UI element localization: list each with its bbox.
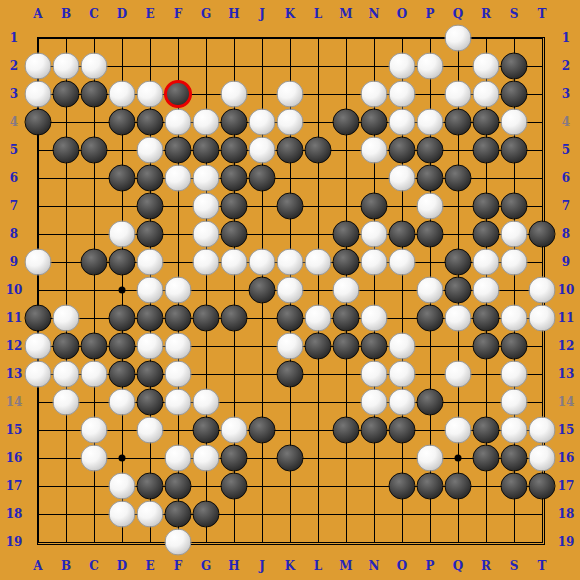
row-label-right-6: 6 [562, 172, 570, 184]
stone-black[interactable] [501, 473, 528, 500]
stone-white[interactable] [53, 53, 80, 80]
row-label-left-7: 7 [10, 200, 18, 212]
stone-black[interactable] [473, 333, 500, 360]
stone-white[interactable] [249, 109, 276, 136]
row-label-left-1: 1 [10, 32, 18, 44]
row-label-right-14: 14 [558, 396, 575, 408]
stone-black[interactable] [165, 137, 192, 164]
stone-black[interactable] [221, 165, 248, 192]
stone-white[interactable] [529, 277, 556, 304]
stone-white[interactable] [305, 249, 332, 276]
stone-white[interactable] [165, 361, 192, 388]
row-label-right-11: 11 [558, 312, 575, 324]
stone-white[interactable] [417, 193, 444, 220]
stone-white[interactable] [193, 109, 220, 136]
stone-black[interactable] [305, 333, 332, 360]
row-label-left-9: 9 [10, 256, 18, 268]
stone-white[interactable] [277, 81, 304, 108]
stone-black[interactable] [445, 277, 472, 304]
stone-white[interactable] [81, 361, 108, 388]
row-label-right-1: 1 [562, 32, 570, 44]
col-label-bottom-Q: Q [453, 560, 463, 572]
stone-black[interactable] [445, 165, 472, 192]
stone-white[interactable] [501, 249, 528, 276]
col-label-top-C: C [89, 8, 99, 20]
stone-white[interactable] [165, 109, 192, 136]
stone-white[interactable] [277, 249, 304, 276]
col-label-top-A: A [33, 8, 42, 20]
stone-black[interactable] [193, 305, 220, 332]
stone-white[interactable] [361, 249, 388, 276]
stone-black[interactable] [445, 249, 472, 276]
stone-black[interactable] [277, 137, 304, 164]
stone-white[interactable] [81, 53, 108, 80]
stone-white[interactable] [25, 81, 52, 108]
stone-white[interactable] [249, 137, 276, 164]
stone-white[interactable] [109, 81, 136, 108]
stone-white[interactable] [361, 305, 388, 332]
stone-white[interactable] [53, 361, 80, 388]
col-label-top-T: T [538, 8, 547, 20]
col-label-bottom-E: E [145, 560, 154, 572]
stone-white[interactable] [501, 417, 528, 444]
stone-black[interactable] [529, 221, 556, 248]
col-label-bottom-S: S [510, 560, 519, 572]
col-label-bottom-P: P [425, 560, 434, 572]
col-label-top-H: H [228, 8, 239, 20]
stone-white[interactable] [417, 445, 444, 472]
stone-black[interactable] [249, 165, 276, 192]
stone-black[interactable] [109, 249, 136, 276]
stone-black[interactable] [473, 305, 500, 332]
stone-white[interactable] [53, 389, 80, 416]
col-label-top-E: E [145, 8, 154, 20]
stone-black[interactable] [361, 193, 388, 220]
row-label-left-10: 10 [6, 284, 23, 296]
stone-white[interactable] [81, 445, 108, 472]
col-label-bottom-A: A [33, 560, 42, 572]
stone-white[interactable] [277, 109, 304, 136]
stone-white[interactable] [221, 417, 248, 444]
stone-white[interactable] [193, 389, 220, 416]
col-label-bottom-C: C [89, 560, 99, 572]
stone-black[interactable] [333, 109, 360, 136]
stone-black[interactable] [333, 305, 360, 332]
stone-white[interactable] [137, 333, 164, 360]
stone-black[interactable] [333, 221, 360, 248]
stone-black[interactable] [193, 417, 220, 444]
row-label-left-12: 12 [6, 340, 23, 352]
stone-white[interactable] [389, 389, 416, 416]
stone-white[interactable] [193, 165, 220, 192]
go-board[interactable]: AABBCCDDEEFFGGHHJJKKLLMMNNOOPPQQRRSSTT11… [0, 0, 580, 580]
stone-black[interactable] [25, 109, 52, 136]
stone-white[interactable] [501, 221, 528, 248]
stone-white[interactable] [473, 53, 500, 80]
row-label-left-4: 4 [10, 116, 18, 128]
stone-black[interactable] [473, 445, 500, 472]
stone-white[interactable] [165, 333, 192, 360]
stone-black[interactable] [193, 137, 220, 164]
stone-black[interactable] [81, 249, 108, 276]
stone-black[interactable] [305, 137, 332, 164]
row-label-left-8: 8 [10, 228, 18, 240]
col-label-top-J: J [259, 8, 265, 20]
stone-white[interactable] [445, 361, 472, 388]
stone-black[interactable] [53, 81, 80, 108]
row-label-left-2: 2 [10, 60, 18, 72]
stone-black[interactable] [389, 473, 416, 500]
stone-white[interactable] [389, 53, 416, 80]
stone-black[interactable] [53, 333, 80, 360]
col-label-top-S: S [510, 8, 519, 20]
stone-black[interactable] [361, 417, 388, 444]
col-label-top-P: P [425, 8, 434, 20]
row-label-left-18: 18 [6, 508, 23, 520]
stone-white[interactable] [165, 445, 192, 472]
stone-white[interactable] [473, 277, 500, 304]
stone-black[interactable] [137, 193, 164, 220]
row-label-right-19: 19 [558, 536, 575, 548]
stone-black[interactable] [137, 389, 164, 416]
stone-white[interactable] [305, 305, 332, 332]
col-label-bottom-F: F [174, 560, 183, 572]
stone-white[interactable] [25, 333, 52, 360]
col-label-bottom-O: O [397, 560, 407, 572]
col-label-bottom-J: J [259, 560, 265, 572]
stone-black[interactable] [473, 137, 500, 164]
stone-black[interactable] [389, 417, 416, 444]
row-label-left-5: 5 [10, 144, 18, 156]
col-label-top-O: O [397, 8, 407, 20]
row-label-right-3: 3 [562, 88, 570, 100]
col-label-top-N: N [369, 8, 380, 20]
stone-black[interactable] [221, 109, 248, 136]
stone-white[interactable] [529, 445, 556, 472]
stone-white[interactable] [137, 249, 164, 276]
stone-black[interactable] [333, 417, 360, 444]
stone-white[interactable] [193, 445, 220, 472]
stone-white[interactable] [445, 81, 472, 108]
stone-white[interactable] [361, 137, 388, 164]
stone-black[interactable] [417, 389, 444, 416]
stone-black[interactable] [277, 305, 304, 332]
stone-black[interactable] [81, 333, 108, 360]
stone-white[interactable] [501, 361, 528, 388]
stone-white[interactable] [81, 417, 108, 444]
stone-black[interactable] [137, 165, 164, 192]
stone-white[interactable] [53, 305, 80, 332]
col-label-top-F: F [174, 8, 183, 20]
stone-white[interactable] [109, 473, 136, 500]
stone-black[interactable] [221, 221, 248, 248]
stone-black[interactable] [109, 305, 136, 332]
stone-white[interactable] [389, 109, 416, 136]
col-label-bottom-K: K [285, 560, 295, 572]
col-label-bottom-D: D [117, 560, 127, 572]
stone-black[interactable] [193, 501, 220, 528]
stone-white[interactable] [165, 529, 192, 556]
col-label-bottom-M: M [339, 560, 352, 572]
stone-black[interactable] [109, 165, 136, 192]
stone-black[interactable] [417, 473, 444, 500]
stone-white[interactable] [361, 81, 388, 108]
stone-white[interactable] [501, 305, 528, 332]
stone-black[interactable] [501, 53, 528, 80]
stone-white[interactable] [389, 165, 416, 192]
col-label-bottom-B: B [61, 560, 71, 572]
row-label-right-13: 13 [558, 368, 575, 380]
stone-white[interactable] [165, 389, 192, 416]
row-label-left-3: 3 [10, 88, 18, 100]
stone-white[interactable] [417, 53, 444, 80]
stone-black[interactable] [389, 137, 416, 164]
row-label-left-6: 6 [10, 172, 18, 184]
stone-black[interactable] [137, 473, 164, 500]
row-label-right-15: 15 [558, 424, 575, 436]
stone-white[interactable] [529, 305, 556, 332]
col-label-top-G: G [201, 8, 211, 20]
stone-black[interactable] [417, 137, 444, 164]
col-label-bottom-L: L [314, 560, 322, 572]
stone-white[interactable] [137, 501, 164, 528]
stone-black[interactable] [361, 333, 388, 360]
stone-black[interactable] [165, 473, 192, 500]
stone-black[interactable] [473, 109, 500, 136]
stone-white[interactable] [473, 81, 500, 108]
row-label-left-16: 16 [6, 452, 23, 464]
row-label-right-16: 16 [558, 452, 575, 464]
stone-black[interactable] [473, 193, 500, 220]
stone-white[interactable] [221, 249, 248, 276]
stone-black[interactable] [445, 473, 472, 500]
col-label-top-M: M [339, 8, 352, 20]
stone-black[interactable] [389, 221, 416, 248]
col-label-top-R: R [481, 8, 491, 20]
stone-black[interactable] [501, 137, 528, 164]
stone-white[interactable] [501, 389, 528, 416]
col-label-bottom-N: N [369, 560, 380, 572]
stone-black[interactable] [221, 193, 248, 220]
row-label-left-17: 17 [6, 480, 23, 492]
stone-black[interactable] [277, 193, 304, 220]
row-label-right-9: 9 [562, 256, 570, 268]
row-label-left-19: 19 [6, 536, 23, 548]
stone-black[interactable] [249, 277, 276, 304]
row-label-right-8: 8 [562, 228, 570, 240]
stone-black[interactable] [249, 417, 276, 444]
stone-white[interactable] [109, 221, 136, 248]
stone-white[interactable] [501, 109, 528, 136]
stone-black[interactable] [221, 137, 248, 164]
row-label-left-15: 15 [6, 424, 23, 436]
stone-white[interactable] [137, 81, 164, 108]
stone-white[interactable] [193, 249, 220, 276]
last-move-marker [164, 80, 192, 108]
stone-black[interactable] [473, 417, 500, 444]
stone-white[interactable] [249, 249, 276, 276]
stone-black[interactable] [501, 193, 528, 220]
hoshi-point [119, 455, 126, 462]
stone-black[interactable] [473, 221, 500, 248]
stone-white[interactable] [445, 417, 472, 444]
stone-white[interactable] [333, 277, 360, 304]
stone-black[interactable] [137, 109, 164, 136]
col-label-bottom-G: G [201, 560, 211, 572]
stone-black[interactable] [529, 473, 556, 500]
stone-black[interactable] [137, 305, 164, 332]
stone-black[interactable] [417, 221, 444, 248]
stone-black[interactable] [333, 333, 360, 360]
stone-black[interactable] [137, 221, 164, 248]
stone-white[interactable] [389, 249, 416, 276]
stone-white[interactable] [221, 81, 248, 108]
stone-white[interactable] [361, 221, 388, 248]
stone-black[interactable] [109, 361, 136, 388]
stone-white[interactable] [137, 137, 164, 164]
col-label-top-B: B [61, 8, 71, 20]
stone-white[interactable] [25, 249, 52, 276]
row-label-left-11: 11 [6, 312, 23, 324]
col-label-bottom-R: R [481, 560, 491, 572]
row-label-right-17: 17 [558, 480, 575, 492]
stone-white[interactable] [137, 417, 164, 444]
stone-white[interactable] [277, 277, 304, 304]
stone-white[interactable] [389, 333, 416, 360]
stone-black[interactable] [417, 305, 444, 332]
stone-black[interactable] [501, 333, 528, 360]
stone-white[interactable] [165, 277, 192, 304]
stone-white[interactable] [193, 193, 220, 220]
stone-black[interactable] [277, 361, 304, 388]
stone-white[interactable] [193, 221, 220, 248]
stone-white[interactable] [473, 249, 500, 276]
stone-black[interactable] [501, 445, 528, 472]
row-label-left-14: 14 [6, 396, 23, 408]
stone-black[interactable] [53, 137, 80, 164]
stone-black[interactable] [221, 305, 248, 332]
row-label-right-4: 4 [562, 116, 570, 128]
hoshi-point [455, 455, 462, 462]
stone-black[interactable] [81, 81, 108, 108]
stone-white[interactable] [529, 417, 556, 444]
stone-black[interactable] [81, 137, 108, 164]
col-label-top-K: K [285, 8, 295, 20]
stone-black[interactable] [165, 305, 192, 332]
stone-white[interactable] [277, 333, 304, 360]
stone-black[interactable] [25, 305, 52, 332]
row-label-right-5: 5 [562, 144, 570, 156]
stone-white[interactable] [417, 109, 444, 136]
stone-white[interactable] [137, 277, 164, 304]
col-label-bottom-H: H [228, 560, 239, 572]
stone-white[interactable] [361, 389, 388, 416]
stone-black[interactable] [137, 361, 164, 388]
stone-white[interactable] [389, 81, 416, 108]
stone-white[interactable] [109, 501, 136, 528]
stone-white[interactable] [25, 361, 52, 388]
stone-black[interactable] [417, 165, 444, 192]
stone-black[interactable] [221, 445, 248, 472]
stone-white[interactable] [389, 361, 416, 388]
stone-white[interactable] [165, 165, 192, 192]
row-label-right-10: 10 [558, 284, 575, 296]
stone-white[interactable] [361, 361, 388, 388]
stone-white[interactable] [25, 53, 52, 80]
stone-black[interactable] [165, 501, 192, 528]
col-label-top-D: D [117, 8, 127, 20]
row-label-right-2: 2 [562, 60, 570, 72]
row-label-right-18: 18 [558, 508, 575, 520]
stone-white[interactable] [445, 305, 472, 332]
stone-black[interactable] [221, 473, 248, 500]
col-label-top-Q: Q [453, 8, 463, 20]
stone-black[interactable] [333, 249, 360, 276]
stone-white[interactable] [445, 25, 472, 52]
stone-black[interactable] [445, 109, 472, 136]
col-label-top-L: L [314, 8, 322, 20]
stone-black[interactable] [277, 445, 304, 472]
stone-black[interactable] [501, 81, 528, 108]
stone-black[interactable] [109, 109, 136, 136]
hoshi-point [119, 287, 126, 294]
col-label-bottom-T: T [538, 560, 547, 572]
row-label-left-13: 13 [6, 368, 23, 380]
stone-black[interactable] [361, 109, 388, 136]
stone-black[interactable] [109, 333, 136, 360]
stone-white[interactable] [109, 389, 136, 416]
row-label-right-7: 7 [562, 200, 570, 212]
row-label-right-12: 12 [558, 340, 575, 352]
stone-white[interactable] [417, 277, 444, 304]
